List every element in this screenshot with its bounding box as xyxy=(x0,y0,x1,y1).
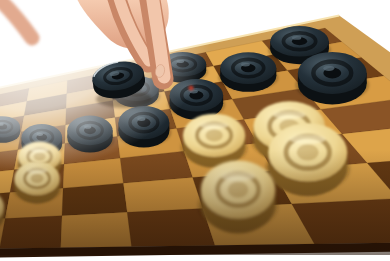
black-piece-r2c7-glint xyxy=(241,63,250,67)
checkers-photo xyxy=(0,0,390,261)
black-piece-r3c8 xyxy=(296,52,369,104)
red-blur-speck xyxy=(188,85,193,90)
scene-svg xyxy=(0,0,390,261)
yellow-piece-r5c6-dimple xyxy=(205,129,222,141)
yellow-piece-r5c7-glint xyxy=(273,111,305,119)
black-piece-r2c7 xyxy=(219,52,278,92)
black-piece-r1c8-glint xyxy=(292,36,301,40)
black-piece-r3c8-glint xyxy=(323,66,334,71)
yellow-piece-r6c7-glint xyxy=(290,135,326,144)
yellow-piece-r5c6-glint xyxy=(200,122,228,129)
